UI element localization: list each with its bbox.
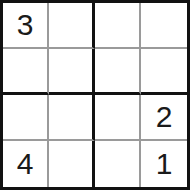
cell-r4c4: 1 <box>141 141 187 187</box>
cell-r4c2[interactable] <box>49 141 95 187</box>
cell-r3c1[interactable] <box>3 95 49 141</box>
cell-r1c4[interactable] <box>141 3 187 49</box>
cell-r3c4: 2 <box>141 95 187 141</box>
cell-r2c4[interactable] <box>141 49 187 95</box>
cell-r3c2[interactable] <box>49 95 95 141</box>
cell-r3c3[interactable] <box>95 95 141 141</box>
cell-r4c1: 4 <box>3 141 49 187</box>
cell-r1c3[interactable] <box>95 3 141 49</box>
cell-r4c3[interactable] <box>95 141 141 187</box>
cell-r1c1: 3 <box>3 3 49 49</box>
sudoku-board: 3 2 4 1 <box>0 0 190 190</box>
cell-r1c2[interactable] <box>49 3 95 49</box>
cell-r2c3[interactable] <box>95 49 141 95</box>
cell-r2c2[interactable] <box>49 49 95 95</box>
cell-r2c1[interactable] <box>3 49 49 95</box>
